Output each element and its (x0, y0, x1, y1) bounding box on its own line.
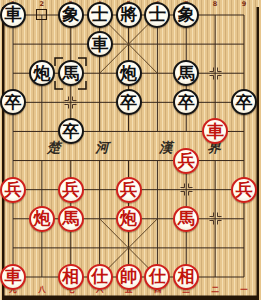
board-point-1-4: 卒 (0, 88, 27, 117)
red-elephant[interactable]: 相 (58, 264, 84, 290)
red-advisor[interactable]: 仕 (144, 264, 170, 290)
board-point-7-1: 象 (172, 0, 201, 29)
point-marker (209, 67, 222, 80)
board-point-1-10: 車 (0, 262, 27, 291)
board-point-6-1: 士 (143, 0, 172, 29)
black-soldier[interactable]: 卒 (173, 89, 199, 115)
board-point-4-2: 車 (85, 30, 114, 59)
black-soldier[interactable]: 卒 (116, 89, 142, 115)
board-point-2-8: 炮 (27, 204, 56, 233)
board-point-3-10: 相 (56, 262, 85, 291)
board-point-7-4: 卒 (172, 88, 201, 117)
point-marker (180, 183, 193, 196)
board-point-8-8 (201, 204, 230, 233)
red-chariot[interactable]: 車 (202, 118, 228, 144)
red-horse[interactable]: 馬 (173, 206, 199, 232)
red-soldier[interactable]: 兵 (58, 177, 84, 203)
board-point-8-3 (201, 59, 230, 88)
board-point-7-7 (172, 175, 201, 204)
red-soldier[interactable]: 兵 (116, 177, 142, 203)
board-point-3-5: 卒 (56, 117, 85, 146)
black-soldier[interactable]: 卒 (0, 89, 26, 115)
red-soldier[interactable]: 兵 (173, 148, 199, 174)
red-soldier[interactable]: 兵 (231, 177, 257, 203)
black-cannon[interactable]: 炮 (116, 60, 142, 86)
board-point-5-7: 兵 (114, 175, 143, 204)
board-point-7-8: 馬 (172, 204, 201, 233)
black-elephant[interactable]: 象 (173, 2, 199, 28)
red-advisor[interactable]: 仕 (87, 264, 113, 290)
black-cannon[interactable]: 炮 (29, 60, 55, 86)
black-chariot[interactable]: 車 (87, 31, 113, 57)
board-point-3-1: 象 (56, 0, 85, 29)
black-soldier[interactable]: 卒 (231, 89, 257, 115)
last-move-origin-marker (36, 9, 47, 20)
board-point-5-3: 炮 (114, 59, 143, 88)
board-point-9-7: 兵 (230, 175, 259, 204)
point-marker (209, 212, 222, 225)
red-soldier[interactable]: 兵 (0, 177, 26, 203)
board-point-7-6: 兵 (172, 146, 201, 175)
board-point-8-5: 車 (201, 117, 230, 146)
board-point-7-10: 相 (172, 262, 201, 291)
red-horse[interactable]: 馬 (58, 206, 84, 232)
board-point-2-3: 炮 (27, 59, 56, 88)
board-point-6-10: 仕 (143, 262, 172, 291)
board-point-5-8: 炮 (114, 204, 143, 233)
board-point-3-3: 馬 (56, 59, 85, 88)
red-general[interactable]: 帥 (116, 264, 142, 290)
board-point-2-1 (27, 0, 56, 29)
black-chariot[interactable]: 車 (0, 2, 26, 28)
black-advisor[interactable]: 士 (144, 2, 170, 28)
black-elephant[interactable]: 象 (58, 2, 84, 28)
red-chariot[interactable]: 車 (0, 264, 26, 290)
board-point-5-10: 帥 (114, 262, 143, 291)
black-general[interactable]: 將 (116, 2, 142, 28)
black-soldier[interactable]: 卒 (58, 118, 84, 144)
black-horse[interactable]: 馬 (58, 60, 84, 86)
board-point-3-7: 兵 (56, 175, 85, 204)
board-point-1-7: 兵 (0, 175, 27, 204)
board-grid: 車象士將士象車炮馬炮馬卒卒卒卒卒車兵兵兵兵兵炮馬炮馬車相仕帥仕相 (0, 0, 258, 291)
red-cannon[interactable]: 炮 (116, 206, 142, 232)
board-point-1-1: 車 (0, 0, 27, 29)
point-marker (64, 96, 77, 109)
board-point-4-1: 士 (85, 0, 114, 29)
board-point-7-3: 馬 (172, 59, 201, 88)
board-point-3-8: 馬 (56, 204, 85, 233)
board-point-5-4: 卒 (114, 88, 143, 117)
xiangqi-board: 楚 河 漢 界 123456789 九八七六五四三二一 車象士將士象車炮馬炮馬卒… (0, 0, 261, 300)
black-advisor[interactable]: 士 (87, 2, 113, 28)
board-point-9-4: 卒 (230, 88, 259, 117)
board-point-3-4 (56, 88, 85, 117)
board-point-5-1: 將 (114, 0, 143, 29)
black-horse[interactable]: 馬 (173, 60, 199, 86)
red-elephant[interactable]: 相 (173, 264, 199, 290)
board-point-4-10: 仕 (85, 262, 114, 291)
red-cannon[interactable]: 炮 (29, 206, 55, 232)
